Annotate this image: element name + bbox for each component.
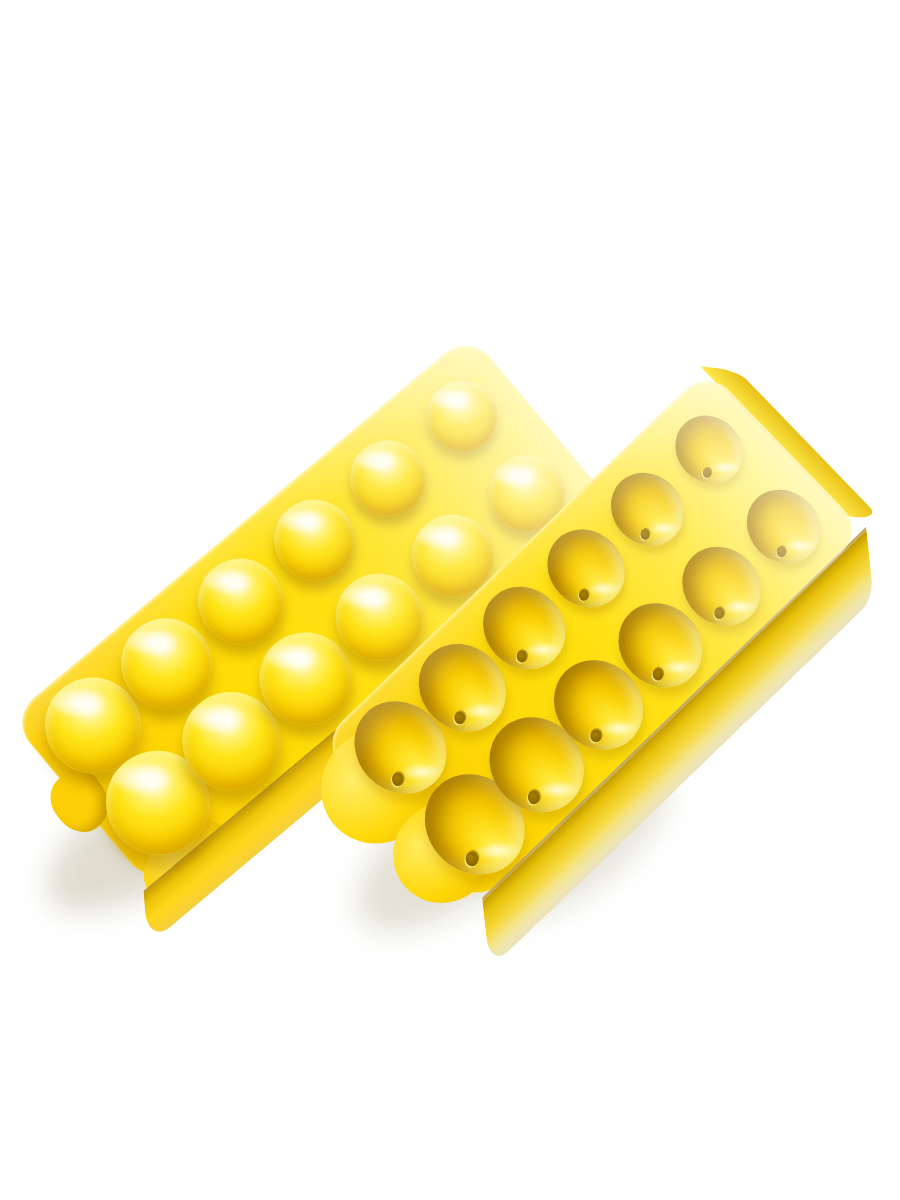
photo-scene	[0, 0, 900, 1200]
drain-hole	[641, 528, 650, 539]
drain-hole	[703, 467, 712, 477]
drain-hole	[392, 772, 404, 786]
drain-hole	[454, 711, 465, 724]
drain-hole	[652, 668, 663, 681]
drain-hole	[516, 650, 527, 663]
drain-hole	[776, 545, 786, 556]
drain-hole	[465, 851, 478, 866]
drain-hole	[714, 606, 724, 618]
drain-hole	[578, 589, 588, 601]
drain-hole	[590, 729, 602, 743]
drain-hole	[527, 790, 539, 804]
